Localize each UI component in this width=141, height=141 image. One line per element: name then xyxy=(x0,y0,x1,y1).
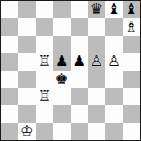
square-d1[interactable] xyxy=(53,123,70,140)
piece-black-bishop: ♝ xyxy=(107,2,120,17)
square-g3[interactable] xyxy=(105,88,122,105)
square-h6[interactable] xyxy=(123,36,140,53)
square-c1[interactable] xyxy=(36,123,53,140)
piece-black-king: ♚ xyxy=(55,71,68,86)
square-a1[interactable] xyxy=(1,123,18,140)
chess-board-grid: ♛♝♝♗♖♟♟♙♙♚♖♔ xyxy=(1,1,140,140)
piece-white-pawn: ♙ xyxy=(107,54,120,69)
square-g5[interactable]: ♙ xyxy=(105,53,122,70)
square-d8[interactable] xyxy=(53,1,70,18)
square-f4[interactable] xyxy=(88,71,105,88)
square-h4[interactable] xyxy=(123,71,140,88)
piece-black-queen: ♛ xyxy=(90,2,103,17)
square-f5[interactable]: ♙ xyxy=(88,53,105,70)
square-e1[interactable] xyxy=(71,123,88,140)
square-f2[interactable] xyxy=(88,105,105,122)
square-g1[interactable] xyxy=(105,123,122,140)
square-c5[interactable]: ♖ xyxy=(36,53,53,70)
square-g7[interactable] xyxy=(105,18,122,35)
square-e7[interactable] xyxy=(71,18,88,35)
square-a6[interactable] xyxy=(1,36,18,53)
square-f1[interactable] xyxy=(88,123,105,140)
square-e4[interactable] xyxy=(71,71,88,88)
square-b6[interactable] xyxy=(18,36,35,53)
square-b2[interactable] xyxy=(18,105,35,122)
square-a8[interactable] xyxy=(1,1,18,18)
square-d2[interactable] xyxy=(53,105,70,122)
piece-white-king: ♔ xyxy=(20,123,33,138)
square-f3[interactable] xyxy=(88,88,105,105)
piece-white-rook: ♖ xyxy=(38,54,51,69)
square-e6[interactable] xyxy=(71,36,88,53)
chess-board: ♛♝♝♗♖♟♟♙♙♚♖♔ xyxy=(0,0,141,141)
square-c2[interactable] xyxy=(36,105,53,122)
piece-white-rook: ♖ xyxy=(38,89,51,104)
square-b7[interactable] xyxy=(18,18,35,35)
square-e8[interactable] xyxy=(71,1,88,18)
square-c6[interactable] xyxy=(36,36,53,53)
square-b4[interactable] xyxy=(18,71,35,88)
square-h2[interactable] xyxy=(123,105,140,122)
square-a2[interactable] xyxy=(1,105,18,122)
square-g8[interactable]: ♝ xyxy=(105,1,122,18)
square-f6[interactable] xyxy=(88,36,105,53)
square-d5[interactable]: ♟ xyxy=(53,53,70,70)
piece-white-bishop: ♗ xyxy=(125,19,138,34)
piece-black-pawn: ♟ xyxy=(72,54,85,69)
piece-black-pawn: ♟ xyxy=(55,54,68,69)
square-g4[interactable] xyxy=(105,71,122,88)
square-b3[interactable] xyxy=(18,88,35,105)
square-d7[interactable] xyxy=(53,18,70,35)
square-c4[interactable] xyxy=(36,71,53,88)
square-g6[interactable] xyxy=(105,36,122,53)
square-d6[interactable] xyxy=(53,36,70,53)
square-e3[interactable] xyxy=(71,88,88,105)
square-g2[interactable] xyxy=(105,105,122,122)
square-d3[interactable] xyxy=(53,88,70,105)
square-c8[interactable] xyxy=(36,1,53,18)
square-a5[interactable] xyxy=(1,53,18,70)
piece-white-pawn: ♙ xyxy=(90,54,103,69)
square-h1[interactable] xyxy=(123,123,140,140)
square-b1[interactable]: ♔ xyxy=(18,123,35,140)
square-h5[interactable] xyxy=(123,53,140,70)
square-a3[interactable] xyxy=(1,88,18,105)
square-h3[interactable] xyxy=(123,88,140,105)
square-b5[interactable] xyxy=(18,53,35,70)
square-d4[interactable]: ♚ xyxy=(53,71,70,88)
square-e2[interactable] xyxy=(71,105,88,122)
square-c3[interactable]: ♖ xyxy=(36,88,53,105)
square-h7[interactable]: ♗ xyxy=(123,18,140,35)
piece-black-bishop: ♝ xyxy=(125,2,138,17)
square-c7[interactable] xyxy=(36,18,53,35)
square-h8[interactable]: ♝ xyxy=(123,1,140,18)
square-a4[interactable] xyxy=(1,71,18,88)
square-b8[interactable] xyxy=(18,1,35,18)
square-f8[interactable]: ♛ xyxy=(88,1,105,18)
square-f7[interactable] xyxy=(88,18,105,35)
square-e5[interactable]: ♟ xyxy=(71,53,88,70)
square-a7[interactable] xyxy=(1,18,18,35)
